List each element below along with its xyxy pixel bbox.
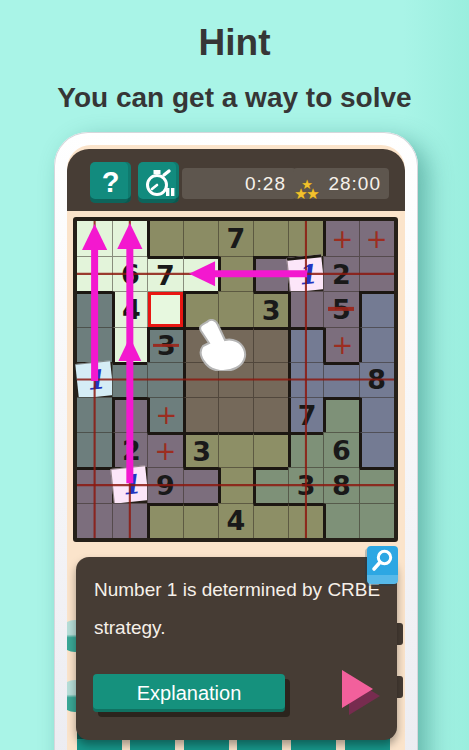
zoom-board-button[interactable]: [367, 546, 398, 584]
cell-r9c2[interactable]: [112, 503, 147, 538]
cell-r6c7[interactable]: 7: [288, 397, 323, 432]
cell-r4c6[interactable]: [253, 327, 288, 362]
cell-r6c9[interactable]: [359, 397, 394, 432]
page-title: Hint: [0, 22, 469, 64]
pause-timer-button[interactable]: [138, 162, 179, 203]
cell-r9c9[interactable]: [359, 503, 394, 538]
cell-r9c4[interactable]: [183, 503, 218, 538]
cell-r7c6[interactable]: [253, 432, 288, 467]
magnifier-icon: [367, 546, 398, 577]
cell-r5c3[interactable]: [147, 362, 182, 397]
cell-r5c2[interactable]: [112, 362, 147, 397]
plus-mark: +: [366, 224, 388, 254]
explanation-button[interactable]: Explanation: [93, 674, 285, 712]
cell-r1c4[interactable]: [183, 221, 218, 256]
cell-r4c4[interactable]: [183, 327, 218, 362]
phone-screen: ? 0:28 ★: [67, 145, 405, 750]
page-subtitle: You can get a way to solve: [0, 82, 469, 114]
cell-r8c2[interactable]: 1: [110, 466, 149, 505]
plus-mark: +: [156, 400, 178, 430]
cell-r9c3[interactable]: [147, 503, 182, 538]
cell-r3c9[interactable]: [359, 291, 394, 326]
cell-r6c4[interactable]: [183, 397, 218, 432]
cell-r5c6[interactable]: [253, 362, 288, 397]
cell-r7c2[interactable]: 2: [112, 432, 147, 467]
cell-r4c5[interactable]: [218, 327, 253, 362]
best-time: ★ ★ ★ 28:00: [293, 168, 389, 199]
cell-r6c1[interactable]: [77, 397, 112, 432]
cell-r2c9[interactable]: [359, 256, 394, 291]
cell-r8c7[interactable]: 3: [288, 467, 323, 502]
cell-r1c9[interactable]: +: [359, 221, 394, 256]
plus-mark: +: [155, 436, 177, 466]
cell-r2c3[interactable]: 7: [147, 256, 182, 291]
hint-panel: Number 1 is determined by CRBE strategy.…: [76, 557, 397, 740]
cell-r5c4[interactable]: [183, 362, 218, 397]
cell-r4c1[interactable]: [77, 327, 112, 362]
cell-r9c8[interactable]: [323, 503, 358, 538]
next-step-button[interactable]: [342, 670, 387, 718]
cell-r4c9[interactable]: [359, 327, 394, 362]
cell-r3c4[interactable]: [183, 291, 218, 326]
cell-r6c3[interactable]: +: [147, 397, 182, 432]
cell-r1c2[interactable]: [112, 221, 147, 256]
cell-r8c9[interactable]: [359, 467, 394, 502]
cell-r9c1[interactable]: [77, 503, 112, 538]
cell-r1c8[interactable]: +: [323, 221, 358, 256]
sudoku-board: 7++67124353+18+72+3619384: [73, 217, 398, 542]
cell-r1c5[interactable]: 7: [218, 221, 253, 256]
cell-r5c8[interactable]: [323, 362, 358, 397]
hint-screen: Hint You can get a way to solve ?: [0, 0, 469, 750]
cell-r8c3[interactable]: 9: [147, 467, 182, 502]
cell-r3c5[interactable]: [218, 291, 253, 326]
cell-r6c8[interactable]: [323, 397, 358, 432]
cell-r3c2[interactable]: 4: [112, 291, 147, 326]
cell-r3c3[interactable]: [147, 291, 182, 326]
side-tab: [396, 676, 403, 698]
cell-r4c2[interactable]: [112, 327, 147, 362]
cell-r7c8[interactable]: 6: [323, 432, 358, 467]
plus-mark: +: [332, 330, 354, 360]
cell-r8c5[interactable]: [218, 467, 253, 502]
sudoku-grid: 7++67124353+18+72+3619384: [77, 221, 394, 538]
cell-r2c6[interactable]: [253, 256, 288, 291]
plus-mark: +: [332, 224, 354, 254]
stopwatch-icon: [138, 162, 179, 203]
strike-mark: [328, 307, 354, 311]
cell-r3c8[interactable]: 5: [323, 291, 358, 326]
cell-r7c9[interactable]: [359, 432, 394, 467]
cell-r6c6[interactable]: [253, 397, 288, 432]
cell-r7c4[interactable]: 3: [183, 432, 218, 467]
play-icon: [342, 670, 373, 708]
cell-r3c6[interactable]: 3: [253, 291, 288, 326]
cell-r8c1[interactable]: [77, 467, 112, 502]
hint-message: Number 1 is determined by CRBE strategy.: [94, 571, 382, 647]
cell-r6c5[interactable]: [218, 397, 253, 432]
best-time-value: 28:00: [328, 173, 381, 194]
cell-r5c5[interactable]: [218, 362, 253, 397]
cell-r2c4[interactable]: [183, 256, 218, 291]
cell-r7c5[interactable]: [218, 432, 253, 467]
cell-r1c3[interactable]: [147, 221, 182, 256]
cell-r2c8[interactable]: 2: [323, 256, 358, 291]
cell-r2c7[interactable]: 1: [286, 254, 325, 293]
cell-r9c7[interactable]: [288, 503, 323, 538]
cell-r3c7[interactable]: [288, 291, 323, 326]
cell-r2c2[interactable]: 6: [112, 256, 147, 291]
cell-r7c7[interactable]: [288, 432, 323, 467]
cell-r9c6[interactable]: [253, 503, 288, 538]
side-tab: [396, 623, 403, 645]
cell-r8c8[interactable]: 8: [323, 467, 358, 502]
elapsed-time: 0:28: [182, 168, 296, 199]
phone-frame: ? 0:28 ★: [54, 132, 418, 750]
cell-r1c7[interactable]: [288, 221, 323, 256]
cell-r4c3[interactable]: 3: [147, 327, 182, 362]
cell-r8c6[interactable]: [253, 467, 288, 502]
elapsed-time-value: 0:28: [245, 173, 286, 194]
cell-r2c5[interactable]: [218, 256, 253, 291]
cell-r2c1[interactable]: [77, 256, 112, 291]
cell-r5c7[interactable]: [288, 362, 323, 397]
cell-r4c8[interactable]: +: [323, 327, 358, 362]
game-header: ? 0:28 ★: [67, 149, 405, 211]
cell-r3c1[interactable]: [77, 291, 112, 326]
cell-r9c5[interactable]: 4: [218, 503, 253, 538]
cell-r1c6[interactable]: [253, 221, 288, 256]
cell-r6c2[interactable]: [112, 397, 147, 432]
cell-r7c1[interactable]: [77, 432, 112, 467]
cell-r8c4[interactable]: [183, 467, 218, 502]
cell-r1c1[interactable]: [77, 221, 112, 256]
stars-icon: ★ ★ ★: [295, 172, 322, 198]
cell-r7c3[interactable]: +: [147, 432, 182, 467]
cell-r4c7[interactable]: [288, 327, 323, 362]
help-button[interactable]: ?: [90, 162, 131, 203]
cell-r5c9[interactable]: 8: [359, 362, 394, 397]
question-icon: ?: [102, 166, 120, 198]
cell-r5c1[interactable]: 1: [75, 360, 114, 399]
strike-mark: [153, 344, 179, 348]
